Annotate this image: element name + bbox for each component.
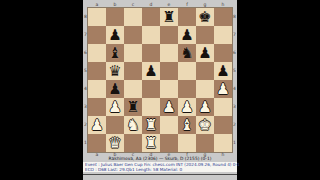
square-h2	[214, 116, 232, 134]
black-queen: ♛	[106, 62, 124, 80]
coord-label: d	[142, 1, 160, 8]
stats-caption: ECO : D68 Last: 29.Qb1 Length: 58 Materi…	[83, 167, 237, 172]
coord-label: 3	[232, 98, 237, 116]
chess-board: ♜♚♟♟♝♞♟♛♟♟♟♟♟♜♟♟♟♟♞♜♝♚♛♜	[88, 8, 232, 152]
coord-label: 7	[232, 26, 237, 44]
white-rook: ♜	[142, 116, 160, 134]
square-f4	[178, 80, 196, 98]
square-e8: ♜	[160, 8, 178, 26]
square-a7	[88, 26, 106, 44]
black-pawn: ♟	[196, 44, 214, 62]
square-c3: ♜	[124, 98, 142, 116]
square-a3	[88, 98, 106, 116]
white-pawn: ♟	[214, 80, 232, 98]
right-letterbox-bar	[237, 0, 320, 180]
square-g5	[196, 62, 214, 80]
coord-label: g	[196, 1, 214, 8]
rank-labels-right: 87654321	[232, 8, 237, 152]
square-b2	[106, 116, 124, 134]
square-c4	[124, 80, 142, 98]
square-g2: ♚	[196, 116, 214, 134]
square-g6: ♟	[196, 44, 214, 62]
square-h6	[214, 44, 232, 62]
square-h1	[214, 134, 232, 152]
coord-label: 5	[232, 62, 237, 80]
file-labels-top: abcdefgh	[88, 1, 232, 8]
square-b3: ♟	[106, 98, 124, 116]
square-h7	[214, 26, 232, 44]
black-pawn: ♟	[214, 62, 232, 80]
white-pawn: ♟	[160, 98, 178, 116]
square-a2: ♟	[88, 116, 106, 134]
square-e3: ♟	[160, 98, 178, 116]
white-queen: ♛	[106, 134, 124, 152]
coord-label: 4	[232, 80, 237, 98]
square-b5: ♛	[106, 62, 124, 80]
square-d1: ♜	[142, 134, 160, 152]
coord-label: 6	[232, 44, 237, 62]
black-knight: ♞	[178, 44, 196, 62]
coord-label: h	[214, 1, 232, 8]
square-g1	[196, 134, 214, 152]
square-e2	[160, 116, 178, 134]
coord-label: b	[106, 1, 124, 8]
black-rook: ♜	[160, 8, 178, 26]
square-f6: ♞	[178, 44, 196, 62]
screenshot-frame: abcdefgh 87654321 87654321 ♜♚♟♟♝♞♟♛♟♟♟♟♟…	[0, 0, 320, 180]
square-b4: ♟	[106, 80, 124, 98]
white-knight: ♞	[124, 116, 142, 134]
black-pawn: ♟	[178, 26, 196, 44]
coord-label: 8	[232, 8, 237, 26]
coord-label: f	[178, 1, 196, 8]
white-bishop: ♝	[178, 116, 196, 134]
square-g8: ♚	[196, 8, 214, 26]
square-h8	[214, 8, 232, 26]
black-bishop: ♝	[106, 44, 124, 62]
square-d2: ♜	[142, 116, 160, 134]
square-d8	[142, 8, 160, 26]
square-b6: ♝	[106, 44, 124, 62]
white-pawn: ♟	[196, 98, 214, 116]
square-e4	[160, 80, 178, 98]
game-info-band: Event : Julius Baer Gen Cup Fin: chess.c…	[83, 162, 237, 172]
square-c2: ♞	[124, 116, 142, 134]
square-b7: ♟	[106, 26, 124, 44]
square-d7	[142, 26, 160, 44]
square-a6	[88, 44, 106, 62]
black-king: ♚	[196, 8, 214, 26]
square-c7	[124, 26, 142, 44]
square-e6	[160, 44, 178, 62]
square-h5: ♟	[214, 62, 232, 80]
black-pawn: ♟	[142, 62, 160, 80]
square-e1	[160, 134, 178, 152]
square-b1: ♛	[106, 134, 124, 152]
square-g3: ♟	[196, 98, 214, 116]
square-f5	[178, 62, 196, 80]
coord-label: e	[160, 1, 178, 8]
square-f1	[178, 134, 196, 152]
black-pawn: ♟	[106, 80, 124, 98]
square-d6	[142, 44, 160, 62]
square-h3	[214, 98, 232, 116]
coord-label: 2	[232, 116, 237, 134]
square-e7	[160, 26, 178, 44]
square-f3: ♟	[178, 98, 196, 116]
square-a4	[88, 80, 106, 98]
coord-label: 1	[232, 134, 237, 152]
players-caption: Rakhimova, Aa (2306) — Skurb, D (2155) (…	[83, 157, 237, 162]
coord-label: c	[124, 1, 142, 8]
black-pawn: ♟	[106, 26, 124, 44]
square-f7: ♟	[178, 26, 196, 44]
white-pawn: ♟	[106, 98, 124, 116]
square-g7	[196, 26, 214, 44]
square-c6	[124, 44, 142, 62]
square-d5: ♟	[142, 62, 160, 80]
square-e5	[160, 62, 178, 80]
square-a5	[88, 62, 106, 80]
chess-diagram-panel: abcdefgh 87654321 87654321 ♜♚♟♟♝♞♟♛♟♟♟♟♟…	[83, 0, 237, 180]
square-f2: ♝	[178, 116, 196, 134]
bottom-divider-line	[83, 174, 237, 175]
white-pawn: ♟	[88, 116, 106, 134]
left-letterbox-bar	[0, 0, 83, 180]
white-rook: ♜	[142, 134, 160, 152]
square-d4	[142, 80, 160, 98]
black-rook: ♜	[124, 98, 142, 116]
square-f8	[178, 8, 196, 26]
square-c8	[124, 8, 142, 26]
square-c5	[124, 62, 142, 80]
square-a8	[88, 8, 106, 26]
square-g4	[196, 80, 214, 98]
square-c1	[124, 134, 142, 152]
square-b8	[106, 8, 124, 26]
white-king: ♚	[196, 116, 214, 134]
coord-label: a	[88, 1, 106, 8]
white-pawn: ♟	[178, 98, 196, 116]
square-h4: ♟	[214, 80, 232, 98]
square-a1	[88, 134, 106, 152]
square-d3	[142, 98, 160, 116]
